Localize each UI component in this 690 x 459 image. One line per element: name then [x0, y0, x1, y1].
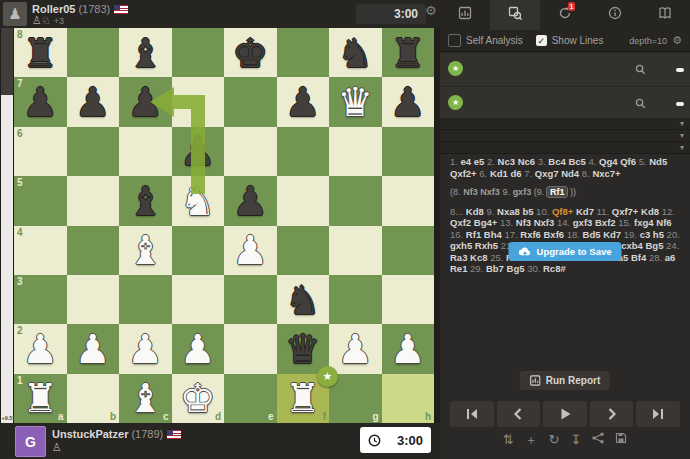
move[interactable]: Rc8#	[543, 263, 566, 274]
move-number: 2.	[487, 156, 495, 167]
move[interactable]: Bc5	[568, 156, 585, 167]
us-flag-icon	[167, 430, 181, 439]
square-h6[interactable]	[382, 127, 435, 176]
move-number: 12.	[662, 206, 675, 217]
square-e3[interactable]	[224, 275, 277, 324]
flip-board-icon[interactable]: ⇅	[503, 433, 514, 447]
move[interactable]: c3	[640, 229, 651, 240]
playback-controls	[450, 401, 680, 427]
suggestion-row[interactable]: ★	[440, 87, 690, 121]
eval-white-section: +9.57	[1, 95, 13, 423]
chess-board[interactable]: 8♜♝♚♞♜7♟♟♟♟♛♟6♟5♝♞♟4♝♟3♞2♟♟♟♟♛♟♟1a♜bc♝d♚…	[14, 28, 434, 423]
captured-wn-icon: ♘	[41, 14, 50, 27]
captured-bp-icon: ♙	[52, 441, 61, 454]
move[interactable]: Kc8	[470, 252, 487, 263]
top-player-clock: 3:00	[356, 4, 426, 24]
square-b7[interactable]: ♟	[67, 77, 120, 126]
black-pawn: ♟	[390, 82, 426, 122]
move[interactable]: Nf3	[516, 217, 531, 228]
move-number: 6.	[479, 168, 487, 179]
square-g5[interactable]	[329, 176, 382, 225]
current-move[interactable]: Rf1	[547, 187, 568, 197]
move-number: 14.	[557, 217, 570, 228]
square-e6[interactable]	[224, 127, 277, 176]
move[interactable]: e5	[474, 156, 485, 167]
square-g7[interactable]: ♛	[329, 77, 382, 126]
move-number: 7.	[524, 168, 532, 179]
move[interactable]: Rxh5	[475, 240, 498, 251]
move[interactable]: Qf6	[620, 156, 636, 167]
tab-openings[interactable]	[640, 0, 690, 30]
square-e2[interactable]	[224, 324, 277, 373]
square-e5[interactable]: ♟	[224, 176, 277, 225]
rank-label: 2	[17, 325, 23, 336]
move[interactable]: Rf1	[466, 229, 481, 240]
square-a2[interactable]: 2♟	[14, 324, 67, 373]
engine-line[interactable]: ▾	[440, 118, 690, 130]
eval-badge	[676, 102, 684, 106]
move[interactable]: Qxg7	[535, 168, 559, 179]
move[interactable]: Bg5	[645, 240, 663, 251]
black-knight: ♞	[285, 280, 321, 320]
run-report-button[interactable]: Run Report	[520, 371, 610, 390]
black-pawn: ♟	[75, 82, 111, 122]
move-number: 1.	[450, 156, 458, 167]
square-g6[interactable]	[329, 127, 382, 176]
square-e7[interactable]	[224, 77, 277, 126]
file-label: h	[425, 411, 431, 422]
top-captured-pieces: ♙♘+3	[32, 14, 64, 27]
move[interactable]: gxh5	[450, 240, 472, 251]
white-pawn: ♟	[180, 329, 216, 369]
best-move-star-icon: ★	[448, 61, 463, 76]
tab-report[interactable]	[440, 0, 490, 30]
rank-label: 3	[17, 276, 23, 287]
square-d3[interactable]	[172, 275, 225, 324]
move[interactable]: Nf6	[656, 217, 671, 228]
move[interactable]: Nd4	[561, 168, 579, 179]
move-number: 28.	[649, 252, 662, 263]
chevron-down-icon[interactable]: ▾	[680, 131, 684, 140]
show-lines-checkbox[interactable]: ✓	[536, 35, 547, 46]
player-rating: (1789)	[131, 428, 163, 440]
move[interactable]: Kd8	[641, 206, 659, 217]
move[interactable]: Nxa8	[497, 206, 520, 217]
square-g3[interactable]	[329, 275, 382, 324]
square-h1[interactable]: h	[382, 374, 435, 423]
upgrade-to-save-button[interactable]: Upgrade to Save	[509, 242, 622, 261]
square-b1[interactable]: b	[67, 374, 120, 423]
square-f4[interactable]	[277, 226, 330, 275]
move[interactable]: Qf8+	[552, 206, 573, 217]
move-number: 11.	[597, 206, 610, 217]
file-label: a	[58, 411, 64, 422]
step-back-button[interactable]	[497, 401, 541, 427]
variation-move[interactable]: gxf3	[513, 187, 532, 197]
square-h3[interactable]	[382, 275, 435, 324]
black-king: ♚	[232, 33, 268, 73]
white-knight: ♞	[180, 181, 216, 221]
move-number: 16.	[450, 229, 463, 240]
square-h7[interactable]: ♟	[382, 77, 435, 126]
white-pawn: ♟	[232, 230, 268, 270]
save-icon[interactable]	[615, 432, 627, 447]
white-bishop: ♝	[127, 230, 163, 270]
openings-icon	[658, 6, 672, 24]
download-icon[interactable]: ↧	[570, 433, 581, 447]
move-number: 8.	[582, 168, 590, 179]
move-number: 15.	[618, 217, 631, 228]
square-d1[interactable]: d♚	[172, 374, 225, 423]
square-g8[interactable]: ♞	[329, 28, 382, 77]
move[interactable]: Nxc7+	[592, 168, 620, 179]
material-advantage: +3	[54, 16, 64, 26]
show-lines-label: Show Lines	[552, 35, 604, 46]
move-number: 29.	[470, 263, 483, 274]
square-b5[interactable]	[67, 176, 120, 225]
black-bishop: ♝	[127, 33, 163, 73]
file-label: f	[323, 411, 326, 422]
black-pawn: ♟	[22, 82, 58, 122]
move-number: 25.	[490, 252, 503, 263]
black-rook: ♜	[22, 33, 58, 73]
square-f2[interactable]: ♛	[277, 324, 330, 373]
white-bishop: ♝	[127, 378, 163, 418]
square-c1[interactable]: c♝	[119, 374, 172, 423]
suggestion-row[interactable]: ★	[440, 53, 690, 87]
file-label: e	[268, 411, 274, 422]
square-d4[interactable]	[172, 226, 225, 275]
engine-lines: ▾▾▾	[440, 118, 690, 154]
move[interactable]: Bxf2	[595, 217, 616, 228]
white-pawn: ♟	[127, 329, 163, 369]
rank-label: 7	[17, 78, 23, 89]
white-pawn: ♟	[75, 329, 111, 369]
square-a4[interactable]: 4	[14, 226, 67, 275]
eval-badge	[676, 68, 684, 72]
add-icon[interactable]: ＋	[525, 433, 538, 447]
move-number: 24.	[666, 240, 679, 251]
engine-settings-gear-icon[interactable]: ⚙	[672, 34, 682, 47]
file-label: d	[215, 411, 221, 422]
file-label: b	[110, 411, 116, 422]
black-pawn: ♟	[232, 181, 268, 221]
variation-move: 9.	[502, 187, 510, 197]
square-g2[interactable]: ♟	[329, 324, 382, 373]
square-g4[interactable]	[329, 226, 382, 275]
square-h4[interactable]	[382, 226, 435, 275]
go-to-start-button[interactable]	[450, 401, 494, 427]
square-e1[interactable]: e	[224, 374, 277, 423]
variation-move[interactable]: Nf3	[463, 187, 478, 197]
board-settings-gear-icon[interactable]: ⚙	[425, 3, 437, 18]
square-c7[interactable]: ♟	[119, 77, 172, 126]
square-b4[interactable]	[67, 226, 120, 275]
magnifier-icon[interactable]	[635, 61, 646, 79]
move[interactable]: b5	[522, 206, 533, 217]
best-move-star-icon: ★	[448, 95, 463, 110]
bottom-captured-pieces: ♙	[52, 441, 61, 454]
analysis-options-row: Self Analysis ✓ Show Lines depth=10 ⚙	[440, 30, 690, 52]
magnifier-icon[interactable]	[635, 95, 646, 113]
us-flag-icon	[114, 5, 128, 14]
cloud-upload-icon	[519, 246, 532, 257]
move[interactable]: Bf4	[631, 252, 646, 263]
move[interactable]: Kd8	[466, 206, 484, 217]
square-b6[interactable]	[67, 127, 120, 176]
chess-analysis-app: ♟ Roller05(1783) ♙♘+3 3:00 ⚙ +9.57 8♜♝♚♞…	[0, 0, 690, 459]
move-number: 30.	[527, 263, 540, 274]
variation-line: (8. Nf3 Nxf3 9. gxf3 (9. Rf1 ))	[450, 186, 680, 199]
variation-move: (9.	[534, 187, 545, 197]
square-f6[interactable]	[277, 127, 330, 176]
move[interactable]: Nc3	[498, 156, 515, 167]
move[interactable]: Kd1	[490, 168, 508, 179]
square-h8[interactable]: ♜	[382, 28, 435, 77]
move-number: 18.	[567, 229, 580, 240]
reset-icon[interactable]: ↻	[549, 433, 560, 447]
square-f8[interactable]	[277, 28, 330, 77]
rank-label: 5	[17, 177, 23, 188]
tab-details[interactable]	[590, 0, 640, 30]
variation-move[interactable]: Nxf3	[480, 187, 500, 197]
white-queen: ♛	[337, 82, 373, 122]
white-rook: ♜	[285, 378, 321, 418]
move-number: 20.	[667, 229, 680, 240]
move[interactable]: Bc4	[548, 156, 565, 167]
white-rook: ♜	[22, 378, 58, 418]
tab-analysis[interactable]	[490, 0, 540, 30]
move[interactable]: Qxf7+	[612, 206, 639, 217]
move[interactable]: fxg4	[634, 217, 654, 228]
move[interactable]: Bg4+	[474, 217, 498, 228]
black-knight: ♞	[337, 33, 373, 73]
square-d6[interactable]: ♟	[172, 127, 225, 176]
square-f7[interactable]: ♟	[277, 77, 330, 126]
move-number: 3.	[538, 156, 546, 167]
square-b8[interactable]	[67, 28, 120, 77]
top-player-bar: ♟ Roller05(1783) ♙♘+3 3:00 ⚙	[0, 0, 440, 28]
variation-move: ))	[570, 187, 576, 197]
main-line-part1: 1. e4 e5 2. Nc3 Nc6 3. Bc4 Bc5 4. Qg4 Qf…	[450, 156, 680, 179]
move[interactable]: Qxf2+	[450, 168, 477, 179]
black-bishop: ♝	[127, 181, 163, 221]
rank-label: 4	[17, 227, 23, 238]
move[interactable]: d6	[510, 168, 521, 179]
square-f3[interactable]: ♞	[277, 275, 330, 324]
analysis-icon	[508, 6, 522, 24]
square-c2[interactable]: ♟	[119, 324, 172, 373]
white-pawn: ♟	[337, 329, 373, 369]
tab-retry[interactable]: 1	[540, 0, 590, 30]
move-number: 4.	[588, 156, 596, 167]
move-number: 19.	[624, 229, 637, 240]
move[interactable]: h5	[653, 229, 664, 240]
chevron-down-icon[interactable]: ▾	[680, 143, 684, 152]
white-king: ♚	[180, 378, 216, 418]
square-a7[interactable]: 7♟	[14, 77, 67, 126]
move-list: 1. e4 e5 2. Nc3 Nc6 3. Bc4 Bc5 4. Qg4 Qf…	[440, 152, 690, 286]
move-number: 9.	[486, 206, 494, 217]
rank-label: 8	[17, 29, 23, 40]
best-move-star-badge: ★	[317, 366, 338, 387]
player-rating: (1783)	[78, 3, 110, 15]
square-a5[interactable]: 5	[14, 176, 67, 225]
square-d7[interactable]	[172, 77, 225, 126]
move-number: 13.	[500, 217, 513, 228]
clock-icon	[368, 434, 381, 447]
square-c3[interactable]	[119, 275, 172, 324]
captured-wp-icon: ♙	[32, 14, 41, 27]
rank-label: 1	[17, 375, 23, 386]
black-pawn: ♟	[127, 82, 163, 122]
rank-label: 6	[17, 128, 23, 139]
move[interactable]: Nc6	[518, 156, 535, 167]
square-c6[interactable]	[119, 127, 172, 176]
move[interactable]: Qxf2	[450, 217, 471, 228]
square-a6[interactable]: 6	[14, 127, 67, 176]
square-c4[interactable]: ♝	[119, 226, 172, 275]
share-icon[interactable]	[592, 432, 604, 447]
square-h5[interactable]	[382, 176, 435, 225]
file-label: g	[372, 411, 378, 422]
self-analysis-checkbox[interactable]	[448, 34, 461, 47]
move[interactable]: Rxf6	[520, 229, 541, 240]
white-pawn: ♟	[22, 329, 58, 369]
chevron-down-icon[interactable]: ▾	[680, 119, 684, 128]
square-b2[interactable]: ♟	[67, 324, 120, 373]
move-number: 8...	[450, 206, 463, 217]
variation-move: (8.	[450, 187, 461, 197]
top-player-avatar[interactable]: ♟	[3, 2, 27, 26]
white-pawn: ♟	[390, 329, 426, 369]
report-icon	[458, 6, 472, 24]
go-to-end-button[interactable]	[636, 401, 680, 427]
black-rook: ♜	[390, 33, 426, 73]
black-pawn: ♟	[285, 82, 321, 122]
move[interactable]: Bb7	[486, 263, 504, 274]
square-a3[interactable]: 3	[14, 275, 67, 324]
bottom-player-avatar[interactable]: G	[15, 426, 46, 457]
square-e8[interactable]: ♚	[224, 28, 277, 77]
black-pawn: ♟	[180, 131, 216, 171]
move-number: 5.	[639, 156, 647, 167]
square-c5[interactable]: ♝	[119, 176, 172, 225]
move[interactable]: Kd7	[603, 229, 621, 240]
move[interactable]: Bg5	[507, 263, 525, 274]
square-h2[interactable]: ♟	[382, 324, 435, 373]
square-d8[interactable]	[172, 28, 225, 77]
move[interactable]: gxf3	[573, 217, 593, 228]
panel-bottom-icons: ⇅＋↻↧	[440, 432, 690, 447]
notification-badge: 1	[568, 2, 576, 11]
move-number: 17.	[504, 229, 517, 240]
player-name-text: UnstuckPatzer	[52, 428, 128, 440]
square-a8[interactable]: 8♜	[14, 28, 67, 77]
square-e4[interactable]: ♟	[224, 226, 277, 275]
move[interactable]: Kd7	[576, 206, 594, 217]
move-number: 10.	[536, 206, 549, 217]
move[interactable]: Qg4	[599, 156, 617, 167]
move[interactable]: Nxf3	[534, 217, 555, 228]
analysis-panel: 1 Self Analysis ✓ Show Lines depth=10 ⚙ …	[440, 0, 690, 459]
black-queen: ♛	[285, 329, 321, 369]
report-icon	[530, 375, 541, 386]
bottom-player-clock: 3:00	[360, 427, 431, 453]
square-d2[interactable]: ♟	[172, 324, 225, 373]
square-c8[interactable]: ♝	[119, 28, 172, 77]
file-label: c	[163, 411, 169, 422]
move[interactable]: a6	[665, 252, 676, 263]
panel-tabs: 1	[440, 0, 690, 30]
square-b3[interactable]	[67, 275, 120, 324]
move[interactable]: Bd5	[583, 229, 601, 240]
main-line-part2: 8... Kd8 9. Nxa8 b5 10. Qf8+ Kd7 11. Qxf…	[450, 206, 680, 275]
move[interactable]: Ra3	[450, 252, 467, 263]
evaluation-bar: +9.57	[1, 28, 13, 423]
move[interactable]: e4	[461, 156, 472, 167]
move-suggestions: ★★	[440, 53, 690, 121]
eval-score: +9.57	[2, 415, 13, 421]
bottom-player-name[interactable]: UnstuckPatzer(1789)	[52, 428, 181, 440]
move[interactable]: Re1	[450, 263, 467, 274]
move[interactable]: Nd5	[649, 156, 667, 167]
self-analysis-label: Self Analysis	[466, 35, 523, 46]
square-d5[interactable]: ♞	[172, 176, 225, 225]
move[interactable]: Bxf6	[544, 229, 565, 240]
square-f5[interactable]	[277, 176, 330, 225]
play-button[interactable]	[543, 401, 587, 427]
depth-indicator: depth=10	[629, 36, 667, 46]
eval-black-section	[1, 28, 13, 95]
move[interactable]: cxb4	[621, 240, 643, 251]
square-a1[interactable]: 1a♜	[14, 374, 67, 423]
engine-line[interactable]: ▾	[440, 130, 690, 142]
move[interactable]: Bh4	[484, 229, 502, 240]
step-forward-button[interactable]	[590, 401, 634, 427]
details-icon	[608, 6, 622, 24]
